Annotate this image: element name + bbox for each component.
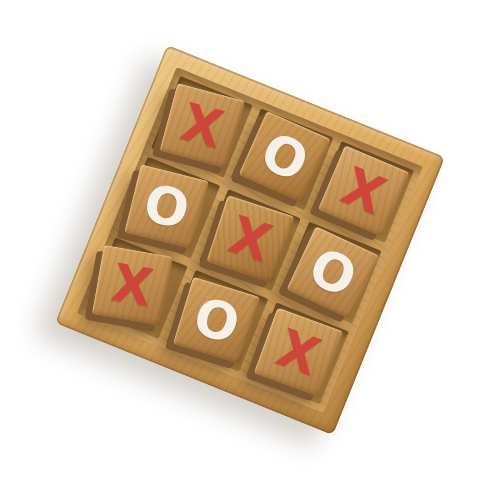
board-cell-r3c1[interactable]: X [86,237,188,339]
board-cell-r3c3[interactable]: X [247,302,349,404]
tic-tac-toe-grid: X O X O [77,67,423,413]
board-cell-r2c3[interactable]: O [280,222,382,324]
product-photo-stage: X O X O [0,0,500,500]
board-cell-r1c3[interactable]: X [312,141,414,243]
mark-glyph: O [254,124,316,189]
wooden-cube: O [238,111,330,203]
board-cell-r2c2[interactable]: X [199,189,301,291]
board-scene: X O X O [55,45,446,436]
wooden-cube: X [159,83,245,169]
mark-glyph: X [223,208,277,270]
wooden-cube: O [124,164,209,249]
wooden-cube: X [318,145,410,237]
mark-glyph: X [335,159,392,223]
mark-glyph: X [271,321,326,384]
mark-glyph: X [176,96,228,157]
wooden-cube: O [286,226,379,319]
board-cell-r1c2[interactable]: O [232,109,334,211]
mark-glyph: X [108,256,157,314]
wooden-cube: X [92,245,173,326]
board-cell-r3c2[interactable]: O [167,270,269,372]
board-cell-r1c1[interactable]: X [151,76,253,178]
wooden-cube: X [206,195,294,283]
mark-glyph: O [139,176,194,237]
board-cell-r2c1[interactable]: O [119,157,221,259]
mark-glyph: O [302,240,364,306]
wooden-cube: O [173,277,260,364]
mark-glyph: O [188,289,245,352]
wooden-cube: X [254,307,344,397]
wooden-tray: X O X O [55,45,446,436]
